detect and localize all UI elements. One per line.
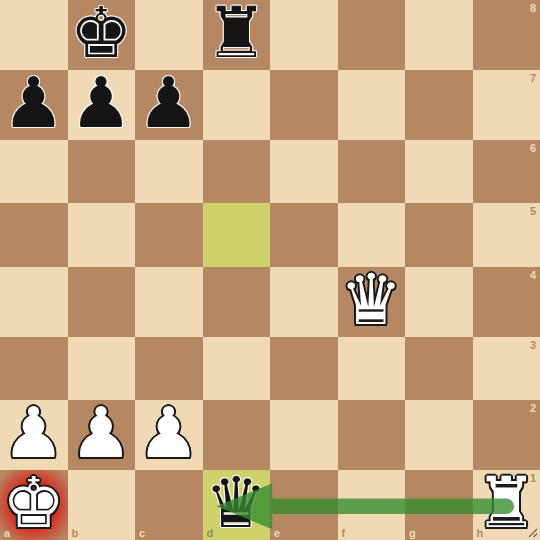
square-b1[interactable]: b xyxy=(68,470,136,540)
white-pawn[interactable]: ♟ xyxy=(2,398,65,468)
coord-rank-4: 4 xyxy=(530,269,536,281)
square-g2[interactable] xyxy=(405,400,473,470)
square-c2[interactable]: ♟ xyxy=(135,400,203,470)
square-h5[interactable]: 5 xyxy=(473,203,540,266)
square-c1[interactable]: c xyxy=(135,470,203,540)
square-d8[interactable]: ♜ xyxy=(203,0,271,70)
coord-rank-7: 7 xyxy=(530,72,536,84)
square-d4[interactable] xyxy=(203,267,271,337)
square-b8[interactable]: ♚ xyxy=(68,0,136,70)
square-e7[interactable] xyxy=(270,70,338,140)
square-h3[interactable]: 3 xyxy=(473,337,540,400)
square-g4[interactable] xyxy=(405,267,473,337)
square-g3[interactable] xyxy=(405,337,473,400)
square-b2[interactable]: ♟ xyxy=(68,400,136,470)
square-d7[interactable] xyxy=(203,70,271,140)
square-h8[interactable]: 8 xyxy=(473,0,540,70)
square-a1[interactable]: ♚a xyxy=(0,470,68,540)
square-f1[interactable]: f xyxy=(338,470,406,540)
square-b7[interactable]: ♟ xyxy=(68,70,136,140)
black-rook[interactable]: ♜ xyxy=(205,0,268,68)
square-d3[interactable] xyxy=(203,337,271,400)
black-pawn[interactable]: ♟ xyxy=(137,68,200,138)
coord-file-c: c xyxy=(139,527,145,539)
black-king[interactable]: ♚ xyxy=(70,0,133,68)
chess-board: ♚♜8♟♟♟765♛43♟♟♟2♚abc♛defg♜1h xyxy=(0,0,540,540)
square-a8[interactable] xyxy=(0,0,68,70)
resize-grip-icon[interactable] xyxy=(525,525,539,539)
square-e5[interactable] xyxy=(270,203,338,266)
coord-file-g: g xyxy=(409,527,416,539)
square-a6[interactable] xyxy=(0,140,68,203)
square-h7[interactable]: 7 xyxy=(473,70,540,140)
black-queen[interactable]: ♛ xyxy=(205,468,268,538)
square-c3[interactable] xyxy=(135,337,203,400)
white-pawn[interactable]: ♟ xyxy=(137,398,200,468)
board-grid: ♚♜8♟♟♟765♛43♟♟♟2♚abc♛defg♜1h xyxy=(0,0,540,540)
coord-rank-2: 2 xyxy=(530,402,536,414)
square-d2[interactable] xyxy=(203,400,271,470)
square-c4[interactable] xyxy=(135,267,203,337)
square-a5[interactable] xyxy=(0,203,68,266)
square-g7[interactable] xyxy=(405,70,473,140)
square-f3[interactable] xyxy=(338,337,406,400)
square-f7[interactable] xyxy=(338,70,406,140)
square-e8[interactable] xyxy=(270,0,338,70)
square-g6[interactable] xyxy=(405,140,473,203)
coord-rank-8: 8 xyxy=(530,2,536,14)
coord-file-b: b xyxy=(72,527,79,539)
coord-rank-6: 6 xyxy=(530,142,536,154)
white-queen[interactable]: ♛ xyxy=(340,265,403,335)
square-f4[interactable]: ♛ xyxy=(338,267,406,337)
square-d5[interactable] xyxy=(203,203,271,266)
square-f6[interactable] xyxy=(338,140,406,203)
black-pawn[interactable]: ♟ xyxy=(2,68,65,138)
square-c5[interactable] xyxy=(135,203,203,266)
white-pawn[interactable]: ♟ xyxy=(70,398,133,468)
square-f2[interactable] xyxy=(338,400,406,470)
coord-file-e: e xyxy=(274,527,280,539)
square-e6[interactable] xyxy=(270,140,338,203)
square-a2[interactable]: ♟ xyxy=(0,400,68,470)
square-a7[interactable]: ♟ xyxy=(0,70,68,140)
white-king[interactable]: ♚ xyxy=(2,468,65,538)
square-g1[interactable]: g xyxy=(405,470,473,540)
square-g5[interactable] xyxy=(405,203,473,266)
square-c7[interactable]: ♟ xyxy=(135,70,203,140)
square-c8[interactable] xyxy=(135,0,203,70)
square-c6[interactable] xyxy=(135,140,203,203)
square-h4[interactable]: 4 xyxy=(473,267,540,337)
square-d6[interactable] xyxy=(203,140,271,203)
square-a4[interactable] xyxy=(0,267,68,337)
square-e3[interactable] xyxy=(270,337,338,400)
square-d1[interactable]: ♛d xyxy=(203,470,271,540)
square-e2[interactable] xyxy=(270,400,338,470)
square-b4[interactable] xyxy=(68,267,136,337)
square-h6[interactable]: 6 xyxy=(473,140,540,203)
square-e1[interactable]: e xyxy=(270,470,338,540)
square-a3[interactable] xyxy=(0,337,68,400)
square-e4[interactable] xyxy=(270,267,338,337)
square-f8[interactable] xyxy=(338,0,406,70)
coord-rank-5: 5 xyxy=(530,205,536,217)
square-h2[interactable]: 2 xyxy=(473,400,540,470)
square-b3[interactable] xyxy=(68,337,136,400)
black-pawn[interactable]: ♟ xyxy=(70,68,133,138)
square-b5[interactable] xyxy=(68,203,136,266)
coord-rank-3: 3 xyxy=(530,339,536,351)
coord-file-f: f xyxy=(342,527,346,539)
square-g8[interactable] xyxy=(405,0,473,70)
square-f5[interactable] xyxy=(338,203,406,266)
square-b6[interactable] xyxy=(68,140,136,203)
